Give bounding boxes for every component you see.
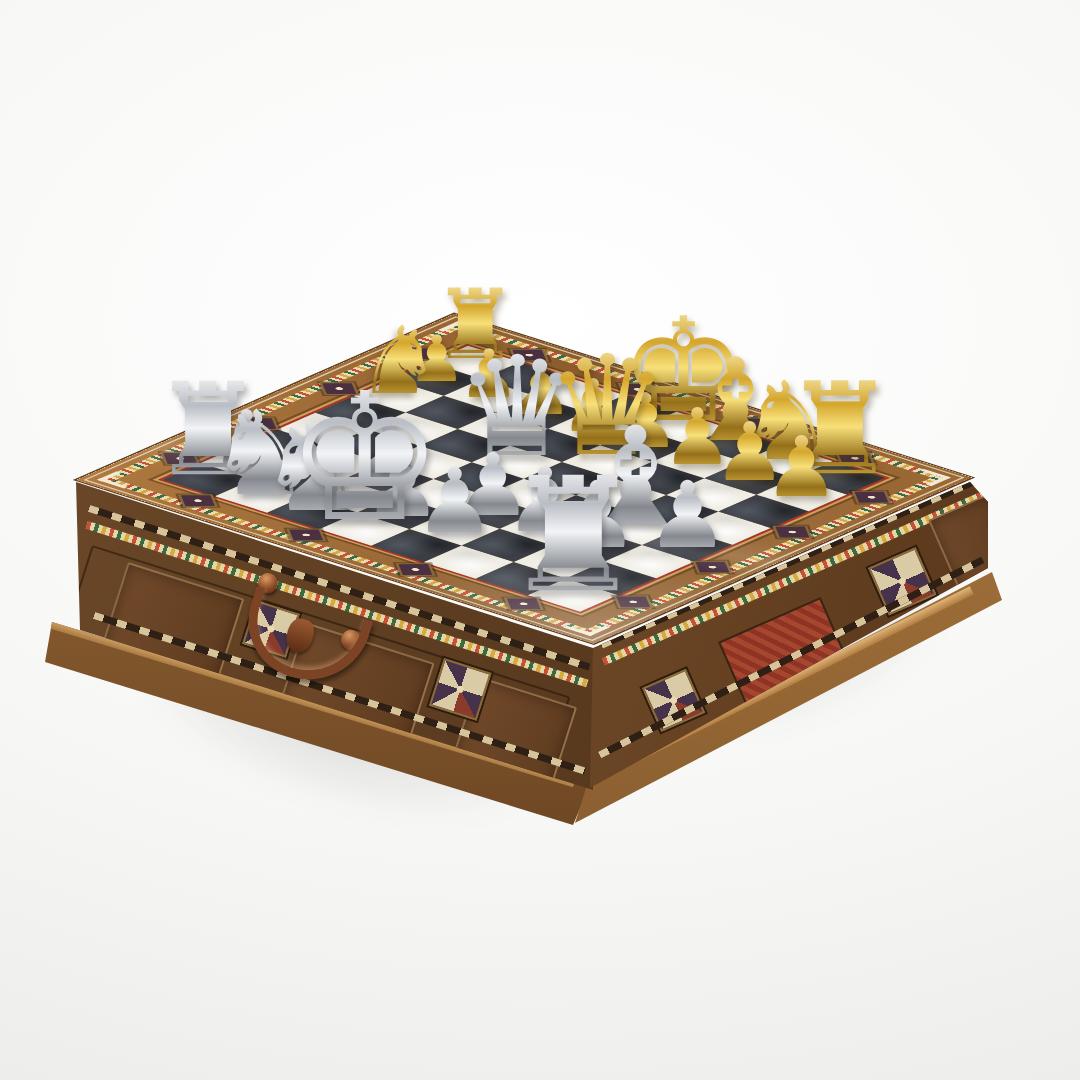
chess-set-scene: ♜♞♞♚♜♟♟♟♟♟♟♟♝♟♛♞♛♟♟♟♟♟♟♟♟♜♚♝♞♜ (0, 0, 1080, 1080)
pieces-layer: ♜♞♞♚♜♟♟♟♟♟♟♟♝♟♛♞♛♟♟♟♟♟♟♟♟♜♚♝♞♜ (0, 0, 1080, 1080)
piece-silver-pawn-h4[interactable]: ♟ (646, 470, 728, 562)
piece-silver-rook-h1[interactable]: ♜ (502, 456, 644, 614)
piece-gold-pawn-h7[interactable]: ♟ (764, 427, 839, 511)
piece-silver-pawn-e2[interactable]: ♟ (415, 456, 495, 545)
